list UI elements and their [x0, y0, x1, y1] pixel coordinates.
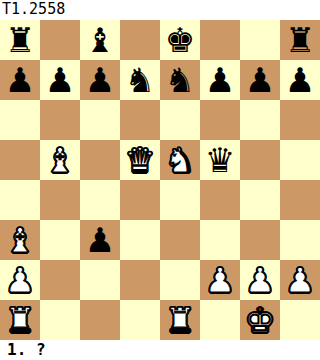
square-f5[interactable]: ♛	[200, 140, 240, 180]
chess-board: ♜♝♚♜♟♟♟♞♞♟♟♟♝♛♞♛♝♟♟♟♟♟♜♜♚	[0, 20, 320, 340]
piece-black-knight: ♞	[125, 63, 155, 97]
piece-black-rook: ♜	[285, 23, 315, 57]
piece-white-pawn: ♟	[5, 263, 35, 297]
square-f3[interactable]	[200, 220, 240, 260]
square-h8[interactable]: ♜	[280, 20, 320, 60]
chess-puzzle-app: T1.2558 ♜♝♚♜♟♟♟♞♞♟♟♟♝♛♞♛♝♟♟♟♟♟♜♜♚ 1. ?	[0, 0, 320, 360]
square-h2[interactable]: ♟	[280, 260, 320, 300]
piece-black-pawn: ♟	[85, 63, 115, 97]
square-e7[interactable]: ♞	[160, 60, 200, 100]
square-b4[interactable]	[40, 180, 80, 220]
piece-black-pawn: ♟	[285, 63, 315, 97]
square-d4[interactable]	[120, 180, 160, 220]
square-d6[interactable]	[120, 100, 160, 140]
square-b6[interactable]	[40, 100, 80, 140]
square-c3[interactable]: ♟	[80, 220, 120, 260]
square-d8[interactable]	[120, 20, 160, 60]
piece-white-bishop: ♝	[5, 223, 35, 257]
square-b5[interactable]: ♝	[40, 140, 80, 180]
square-g6[interactable]	[240, 100, 280, 140]
piece-white-pawn: ♟	[285, 263, 315, 297]
square-h7[interactable]: ♟	[280, 60, 320, 100]
square-h4[interactable]	[280, 180, 320, 220]
square-c2[interactable]	[80, 260, 120, 300]
square-e3[interactable]	[160, 220, 200, 260]
square-f7[interactable]: ♟	[200, 60, 240, 100]
piece-black-pawn: ♟	[85, 223, 115, 257]
square-e2[interactable]	[160, 260, 200, 300]
square-g2[interactable]: ♟	[240, 260, 280, 300]
square-f2[interactable]: ♟	[200, 260, 240, 300]
square-h1[interactable]	[280, 300, 320, 340]
square-g4[interactable]	[240, 180, 280, 220]
square-c6[interactable]	[80, 100, 120, 140]
square-a2[interactable]: ♟	[0, 260, 40, 300]
square-f8[interactable]	[200, 20, 240, 60]
square-d3[interactable]	[120, 220, 160, 260]
square-e6[interactable]	[160, 100, 200, 140]
square-e1[interactable]: ♜	[160, 300, 200, 340]
square-a7[interactable]: ♟	[0, 60, 40, 100]
piece-black-king: ♚	[165, 23, 195, 57]
square-f1[interactable]	[200, 300, 240, 340]
piece-black-rook: ♜	[5, 23, 35, 57]
square-g7[interactable]: ♟	[240, 60, 280, 100]
piece-white-rook: ♜	[165, 303, 195, 337]
square-h3[interactable]	[280, 220, 320, 260]
piece-black-knight: ♞	[165, 63, 195, 97]
square-a1[interactable]: ♜	[0, 300, 40, 340]
square-c7[interactable]: ♟	[80, 60, 120, 100]
piece-white-bishop: ♝	[45, 143, 75, 177]
piece-black-pawn: ♟	[245, 63, 275, 97]
square-b1[interactable]	[40, 300, 80, 340]
square-a3[interactable]: ♝	[0, 220, 40, 260]
square-h5[interactable]	[280, 140, 320, 180]
square-a6[interactable]	[0, 100, 40, 140]
square-c8[interactable]: ♝	[80, 20, 120, 60]
piece-white-knight: ♞	[165, 143, 195, 177]
square-d7[interactable]: ♞	[120, 60, 160, 100]
square-b3[interactable]	[40, 220, 80, 260]
piece-white-king: ♚	[245, 303, 275, 337]
square-b8[interactable]	[40, 20, 80, 60]
piece-black-pawn: ♟	[5, 63, 35, 97]
piece-black-bishop: ♝	[85, 23, 115, 57]
square-a8[interactable]: ♜	[0, 20, 40, 60]
square-g3[interactable]	[240, 220, 280, 260]
piece-white-pawn: ♟	[245, 263, 275, 297]
square-g8[interactable]	[240, 20, 280, 60]
square-g5[interactable]	[240, 140, 280, 180]
piece-black-queen: ♛	[205, 143, 235, 177]
square-g1[interactable]: ♚	[240, 300, 280, 340]
square-a5[interactable]	[0, 140, 40, 180]
square-b2[interactable]	[40, 260, 80, 300]
square-f6[interactable]	[200, 100, 240, 140]
puzzle-title: T1.2558	[0, 0, 320, 20]
square-d5[interactable]: ♛	[120, 140, 160, 180]
piece-black-pawn: ♟	[45, 63, 75, 97]
move-prompt: 1. ?	[0, 340, 320, 360]
square-c5[interactable]	[80, 140, 120, 180]
piece-white-rook: ♜	[5, 303, 35, 337]
piece-black-pawn: ♟	[205, 63, 235, 97]
square-c4[interactable]	[80, 180, 120, 220]
square-c1[interactable]	[80, 300, 120, 340]
square-e4[interactable]	[160, 180, 200, 220]
piece-white-pawn: ♟	[205, 263, 235, 297]
square-f4[interactable]	[200, 180, 240, 220]
piece-white-queen: ♛	[125, 143, 155, 177]
square-e5[interactable]: ♞	[160, 140, 200, 180]
square-d1[interactable]	[120, 300, 160, 340]
square-e8[interactable]: ♚	[160, 20, 200, 60]
square-a4[interactable]	[0, 180, 40, 220]
square-h6[interactable]	[280, 100, 320, 140]
square-b7[interactable]: ♟	[40, 60, 80, 100]
square-d2[interactable]	[120, 260, 160, 300]
